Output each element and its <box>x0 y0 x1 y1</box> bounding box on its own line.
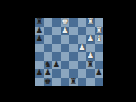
piece-black-pawn-h2: ♟ <box>95 69 102 78</box>
square-c1[interactable] <box>52 78 61 87</box>
square-h5[interactable] <box>95 44 104 53</box>
square-c6[interactable] <box>52 35 61 44</box>
square-g5[interactable] <box>86 44 95 53</box>
piece-black-knight-b3: ♞ <box>44 61 51 70</box>
square-g7[interactable] <box>86 27 95 36</box>
square-a6[interactable]: ♟ <box>35 35 44 44</box>
square-c7[interactable] <box>52 27 61 36</box>
piece-black-king-b1: ♚ <box>44 78 51 87</box>
piece-white-pawn-d7: ♟ <box>61 27 68 36</box>
square-c5[interactable] <box>52 44 61 53</box>
piece-white-pawn-g4: ♟ <box>87 52 94 61</box>
square-f4[interactable] <box>78 52 87 61</box>
square-f3[interactable] <box>78 61 87 70</box>
square-e1[interactable]: ♜ <box>69 78 78 87</box>
square-h8[interactable] <box>95 18 104 27</box>
square-b7[interactable] <box>44 27 53 36</box>
square-a1[interactable] <box>35 78 44 87</box>
square-a3[interactable] <box>35 61 44 70</box>
square-b8[interactable] <box>44 18 53 27</box>
piece-white-pawn-g6: ♟ <box>87 35 94 44</box>
square-f6[interactable] <box>78 35 87 44</box>
square-e6[interactable] <box>69 35 78 44</box>
square-h6[interactable]: ♝ <box>95 35 104 44</box>
square-h1[interactable] <box>95 78 104 87</box>
square-h3[interactable] <box>95 61 104 70</box>
piece-white-pawn-f5: ♟ <box>78 44 85 53</box>
square-b6[interactable] <box>44 35 53 44</box>
piece-black-rook-g3: ♜ <box>87 61 94 70</box>
square-e7[interactable] <box>69 27 78 36</box>
square-a8[interactable]: ♜ <box>35 18 44 27</box>
square-f1[interactable] <box>78 78 87 87</box>
square-f2[interactable] <box>78 69 87 78</box>
square-d3[interactable] <box>61 61 70 70</box>
square-d1[interactable] <box>61 78 70 87</box>
square-g6[interactable]: ♟ <box>86 35 95 44</box>
piece-black-pawn-c3: ♟ <box>53 61 60 70</box>
square-g2[interactable] <box>86 69 95 78</box>
piece-white-bishop-h6: ♝ <box>95 35 102 44</box>
square-b1[interactable]: ♚ <box>44 78 53 87</box>
square-e2[interactable] <box>69 69 78 78</box>
piece-white-king-d8: ♚ <box>61 18 68 27</box>
piece-white-rook-g8: ♜ <box>87 18 94 27</box>
piece-black-pawn-a7: ♟ <box>36 27 43 36</box>
square-f7[interactable] <box>78 27 87 36</box>
square-b4[interactable] <box>44 52 53 61</box>
square-g1[interactable] <box>86 78 95 87</box>
piece-black-pawn-a2: ♟ <box>36 69 43 78</box>
square-d4[interactable] <box>61 52 70 61</box>
square-c3[interactable]: ♟ <box>52 61 61 70</box>
square-a2[interactable]: ♟ <box>35 69 44 78</box>
piece-black-pawn-a6: ♟ <box>36 35 43 44</box>
square-c8[interactable] <box>52 18 61 27</box>
square-g3[interactable]: ♜ <box>86 61 95 70</box>
square-d6[interactable] <box>61 35 70 44</box>
square-a7[interactable]: ♟ <box>35 27 44 36</box>
square-a4[interactable] <box>35 52 44 61</box>
square-e3[interactable] <box>69 61 78 70</box>
square-f8[interactable] <box>78 18 87 27</box>
square-c2[interactable] <box>52 69 61 78</box>
square-g4[interactable]: ♟ <box>86 52 95 61</box>
piece-black-pawn-b2: ♟ <box>44 69 51 78</box>
square-d7[interactable]: ♟ <box>61 27 70 36</box>
square-g8[interactable]: ♜ <box>86 18 95 27</box>
square-h4[interactable] <box>95 52 104 61</box>
square-a5[interactable] <box>35 44 44 53</box>
square-h7[interactable]: ♜ <box>95 27 104 36</box>
square-b2[interactable]: ♟ <box>44 69 53 78</box>
piece-white-rook-h7: ♜ <box>95 27 102 36</box>
piece-black-rook-a8: ♜ <box>36 18 43 27</box>
square-c4[interactable] <box>52 52 61 61</box>
square-e4[interactable] <box>69 52 78 61</box>
square-e8[interactable] <box>69 18 78 27</box>
square-b3[interactable]: ♞ <box>44 61 53 70</box>
square-e5[interactable] <box>69 44 78 53</box>
square-d2[interactable] <box>61 69 70 78</box>
square-f5[interactable]: ♟ <box>78 44 87 53</box>
square-b5[interactable] <box>44 44 53 53</box>
chess-board: ♜♚♜♟♟♜♟♟♝♟♟♞♟♜♟♟♟♚♜ <box>35 18 103 86</box>
piece-black-rook-e1: ♜ <box>70 78 77 87</box>
square-h2[interactable]: ♟ <box>95 69 104 78</box>
square-d5[interactable] <box>61 44 70 53</box>
square-d8[interactable]: ♚ <box>61 18 70 27</box>
